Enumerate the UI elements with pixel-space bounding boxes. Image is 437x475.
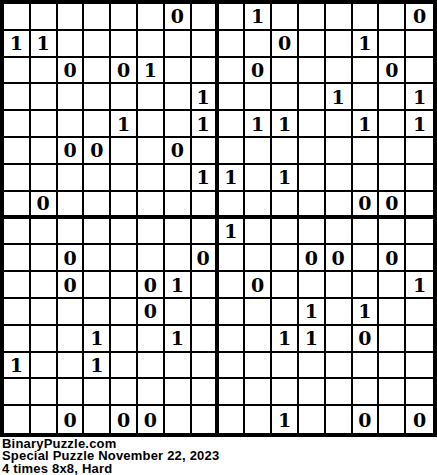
cell-r16c5[interactable]: 0 <box>111 406 138 433</box>
cell-r16c6[interactable]: 0 <box>138 406 165 433</box>
cell-r10c11[interactable] <box>272 245 299 272</box>
cell-r4c7[interactable] <box>165 84 192 111</box>
cell-r7c6[interactable] <box>138 165 165 192</box>
cell-r7c9[interactable]: 1 <box>219 165 246 192</box>
cell-r4c2[interactable] <box>31 84 58 111</box>
cell-r6c14[interactable] <box>353 138 380 165</box>
cell-r5c5[interactable]: 1 <box>111 111 138 138</box>
cell-r15c3[interactable] <box>58 379 85 406</box>
cell-r1c7[interactable]: 0 <box>165 4 192 31</box>
cell-r15c2[interactable] <box>31 379 58 406</box>
cell-r10c16[interactable] <box>406 245 433 272</box>
cell-r3c2[interactable] <box>31 58 58 85</box>
cell-r11c7[interactable]: 1 <box>165 272 192 299</box>
cell-r5c1[interactable] <box>4 111 31 138</box>
cell-r11c1[interactable] <box>4 272 31 299</box>
cell-r1c8[interactable] <box>192 4 219 31</box>
puzzle-spec: 4 times 8x8, Hard <box>2 463 437 475</box>
cell-r8c1[interactable] <box>4 192 31 219</box>
caption: BinaryPuzzle.com Special Puzzle November… <box>0 437 437 475</box>
cell-r14c1[interactable]: 1 <box>4 353 31 380</box>
cell-r9c4[interactable] <box>84 219 111 246</box>
cell-r15c1[interactable] <box>4 379 31 406</box>
cell-r1c12[interactable] <box>299 4 326 31</box>
cell-r15c8[interactable] <box>192 379 219 406</box>
cell-r12c1[interactable] <box>4 299 31 326</box>
cell-r11c5[interactable] <box>111 272 138 299</box>
cell-r2c10[interactable] <box>245 31 272 58</box>
cell-r3c13[interactable] <box>326 58 353 85</box>
cell-r12c3[interactable] <box>58 299 85 326</box>
cell-r1c16[interactable]: 0 <box>406 4 433 31</box>
cell-r2c13[interactable] <box>326 31 353 58</box>
cell-r16c13[interactable] <box>326 406 353 433</box>
cell-r3c15[interactable]: 0 <box>379 58 406 85</box>
cell-r7c5[interactable] <box>111 165 138 192</box>
cell-r12c8[interactable] <box>192 299 219 326</box>
cell-r8c7[interactable] <box>165 192 192 219</box>
cell-r8c9[interactable] <box>219 192 246 219</box>
cell-r3c4[interactable] <box>84 58 111 85</box>
cell-r14c4[interactable]: 1 <box>84 353 111 380</box>
cell-r4c9[interactable] <box>219 84 246 111</box>
cell-r13c6[interactable] <box>138 326 165 353</box>
cell-r10c2[interactable] <box>31 245 58 272</box>
cell-r1c6[interactable] <box>138 4 165 31</box>
cell-r16c16[interactable]: 0 <box>406 406 433 433</box>
cell-r7c8[interactable]: 1 <box>192 165 219 192</box>
cell-r5c8[interactable]: 1 <box>192 111 219 138</box>
cell-r4c4[interactable] <box>84 84 111 111</box>
cell-r9c8[interactable] <box>192 219 219 246</box>
cell-r5c13[interactable] <box>326 111 353 138</box>
cell-r9c3[interactable] <box>58 219 85 246</box>
cell-r4c16[interactable]: 1 <box>406 84 433 111</box>
cell-r13c1[interactable] <box>4 326 31 353</box>
cell-r12c16[interactable] <box>406 299 433 326</box>
cell-r4c8[interactable]: 1 <box>192 84 219 111</box>
cell-r2c4[interactable] <box>84 31 111 58</box>
cell-r7c16[interactable] <box>406 165 433 192</box>
cell-r13c10[interactable] <box>245 326 272 353</box>
cell-r3c9[interactable] <box>219 58 246 85</box>
cell-r16c15[interactable] <box>379 406 406 433</box>
cell-r9c13[interactable] <box>326 219 353 246</box>
cell-r5c15[interactable] <box>379 111 406 138</box>
cell-r8c14[interactable]: 0 <box>353 192 380 219</box>
cell-r11c11[interactable] <box>272 272 299 299</box>
cell-r10c1[interactable] <box>4 245 31 272</box>
cell-r3c6[interactable]: 1 <box>138 58 165 85</box>
cell-r12c4[interactable] <box>84 299 111 326</box>
binary-puzzle-board: 0101101001001111111110001110001000000010… <box>0 0 437 437</box>
cell-r11c12[interactable] <box>299 272 326 299</box>
cell-r15c5[interactable] <box>111 379 138 406</box>
cell-r14c6[interactable] <box>138 353 165 380</box>
cell-r5c16[interactable]: 1 <box>406 111 433 138</box>
cell-r14c11[interactable] <box>272 353 299 380</box>
cell-r13c15[interactable] <box>379 326 406 353</box>
cell-r11c15[interactable] <box>379 272 406 299</box>
cell-r15c7[interactable] <box>165 379 192 406</box>
cell-r9c1[interactable] <box>4 219 31 246</box>
cell-r6c13[interactable] <box>326 138 353 165</box>
cell-r3c14[interactable] <box>353 58 380 85</box>
cell-r12c5[interactable] <box>111 299 138 326</box>
cell-r2c5[interactable] <box>111 31 138 58</box>
cell-r2c1[interactable]: 1 <box>4 31 31 58</box>
cell-r11c14[interactable] <box>353 272 380 299</box>
cell-r13c8[interactable] <box>192 326 219 353</box>
cell-r12c11[interactable] <box>272 299 299 326</box>
cell-r8c15[interactable]: 0 <box>379 192 406 219</box>
cell-r2c11[interactable]: 0 <box>272 31 299 58</box>
cell-r16c7[interactable] <box>165 406 192 433</box>
cell-r14c10[interactable] <box>245 353 272 380</box>
cell-r11c8[interactable] <box>192 272 219 299</box>
cell-r12c15[interactable] <box>379 299 406 326</box>
cell-r8c8[interactable] <box>192 192 219 219</box>
cell-r14c8[interactable] <box>192 353 219 380</box>
cell-r7c7[interactable] <box>165 165 192 192</box>
cell-r4c3[interactable] <box>58 84 85 111</box>
cell-r13c14[interactable]: 0 <box>353 326 380 353</box>
cell-r1c3[interactable] <box>58 4 85 31</box>
cell-r16c11[interactable]: 1 <box>272 406 299 433</box>
cell-r1c9[interactable] <box>219 4 246 31</box>
cell-r5c11[interactable]: 1 <box>272 111 299 138</box>
cell-r10c7[interactable] <box>165 245 192 272</box>
cell-r1c4[interactable] <box>84 4 111 31</box>
cell-r4c5[interactable] <box>111 84 138 111</box>
cell-r10c10[interactable] <box>245 245 272 272</box>
cell-r14c3[interactable] <box>58 353 85 380</box>
cell-r8c16[interactable] <box>406 192 433 219</box>
cell-r13c11[interactable]: 1 <box>272 326 299 353</box>
cell-r15c13[interactable] <box>326 379 353 406</box>
cell-r16c2[interactable] <box>31 406 58 433</box>
cell-r9c6[interactable] <box>138 219 165 246</box>
cell-r1c15[interactable] <box>379 4 406 31</box>
cell-r15c14[interactable] <box>353 379 380 406</box>
cell-r2c9[interactable] <box>219 31 246 58</box>
cell-r3c16[interactable] <box>406 58 433 85</box>
cell-r13c2[interactable] <box>31 326 58 353</box>
cell-r6c7[interactable]: 0 <box>165 138 192 165</box>
cell-r6c15[interactable] <box>379 138 406 165</box>
cell-r11c2[interactable] <box>31 272 58 299</box>
cell-r12c6[interactable]: 0 <box>138 299 165 326</box>
cell-r4c13[interactable]: 1 <box>326 84 353 111</box>
cell-r15c6[interactable] <box>138 379 165 406</box>
cell-r10c15[interactable]: 0 <box>379 245 406 272</box>
cell-r8c5[interactable] <box>111 192 138 219</box>
cell-r10c9[interactable] <box>219 245 246 272</box>
cell-r12c7[interactable] <box>165 299 192 326</box>
cell-r7c11[interactable]: 1 <box>272 165 299 192</box>
cell-r5c10[interactable]: 1 <box>245 111 272 138</box>
cell-r16c9[interactable] <box>219 406 246 433</box>
cell-r6c6[interactable] <box>138 138 165 165</box>
cell-r16c12[interactable] <box>299 406 326 433</box>
cell-r1c10[interactable]: 1 <box>245 4 272 31</box>
cell-r6c16[interactable] <box>406 138 433 165</box>
cell-r8c2[interactable]: 0 <box>31 192 58 219</box>
cell-r8c10[interactable] <box>245 192 272 219</box>
cell-r11c9[interactable] <box>219 272 246 299</box>
cell-r5c12[interactable] <box>299 111 326 138</box>
cell-r5c2[interactable] <box>31 111 58 138</box>
cell-r9c14[interactable] <box>353 219 380 246</box>
cell-r14c2[interactable] <box>31 353 58 380</box>
cell-r15c9[interactable] <box>219 379 246 406</box>
cell-r13c5[interactable] <box>111 326 138 353</box>
cell-r7c3[interactable] <box>58 165 85 192</box>
cell-r5c9[interactable] <box>219 111 246 138</box>
cell-r3c3[interactable]: 0 <box>58 58 85 85</box>
cell-r6c5[interactable] <box>111 138 138 165</box>
cell-r15c10[interactable] <box>245 379 272 406</box>
cell-r9c5[interactable] <box>111 219 138 246</box>
cell-r10c6[interactable] <box>138 245 165 272</box>
cell-r14c7[interactable] <box>165 353 192 380</box>
cell-r9c11[interactable] <box>272 219 299 246</box>
cell-r16c3[interactable]: 0 <box>58 406 85 433</box>
cell-r16c10[interactable] <box>245 406 272 433</box>
cell-r6c12[interactable] <box>299 138 326 165</box>
cell-r5c3[interactable] <box>58 111 85 138</box>
cell-r12c2[interactable] <box>31 299 58 326</box>
cell-r10c4[interactable] <box>84 245 111 272</box>
cell-r13c3[interactable] <box>58 326 85 353</box>
cell-r9c15[interactable] <box>379 219 406 246</box>
cell-r4c11[interactable] <box>272 84 299 111</box>
cell-r12c13[interactable] <box>326 299 353 326</box>
cell-r2c15[interactable] <box>379 31 406 58</box>
cell-r15c16[interactable] <box>406 379 433 406</box>
cell-r9c10[interactable] <box>245 219 272 246</box>
cell-r8c3[interactable] <box>58 192 85 219</box>
cell-r13c13[interactable] <box>326 326 353 353</box>
cell-r1c14[interactable] <box>353 4 380 31</box>
cell-r10c14[interactable] <box>353 245 380 272</box>
cell-r3c5[interactable]: 0 <box>111 58 138 85</box>
cell-r14c9[interactable] <box>219 353 246 380</box>
cell-r13c12[interactable]: 1 <box>299 326 326 353</box>
cell-r7c15[interactable] <box>379 165 406 192</box>
cell-r9c7[interactable] <box>165 219 192 246</box>
cell-r2c16[interactable] <box>406 31 433 58</box>
cell-r3c12[interactable] <box>299 58 326 85</box>
cell-r2c8[interactable] <box>192 31 219 58</box>
cell-r11c13[interactable] <box>326 272 353 299</box>
cell-r8c6[interactable] <box>138 192 165 219</box>
cell-r8c12[interactable] <box>299 192 326 219</box>
cell-r6c2[interactable] <box>31 138 58 165</box>
cell-r4c14[interactable] <box>353 84 380 111</box>
cell-r4c12[interactable] <box>299 84 326 111</box>
cell-r15c15[interactable] <box>379 379 406 406</box>
cell-r6c11[interactable] <box>272 138 299 165</box>
cell-r4c1[interactable] <box>4 84 31 111</box>
cell-r9c2[interactable] <box>31 219 58 246</box>
cell-r7c13[interactable] <box>326 165 353 192</box>
cell-r7c14[interactable] <box>353 165 380 192</box>
cell-r16c1[interactable] <box>4 406 31 433</box>
cell-r12c12[interactable]: 1 <box>299 299 326 326</box>
cell-r6c1[interactable] <box>4 138 31 165</box>
cell-r2c14[interactable]: 1 <box>353 31 380 58</box>
cell-r4c15[interactable] <box>379 84 406 111</box>
cell-r10c12[interactable]: 0 <box>299 245 326 272</box>
cell-r2c7[interactable] <box>165 31 192 58</box>
cell-r10c3[interactable]: 0 <box>58 245 85 272</box>
cell-r13c7[interactable]: 1 <box>165 326 192 353</box>
cell-r3c11[interactable] <box>272 58 299 85</box>
cell-r10c5[interactable] <box>111 245 138 272</box>
cell-r1c11[interactable] <box>272 4 299 31</box>
cell-r1c5[interactable] <box>111 4 138 31</box>
cell-r11c3[interactable]: 0 <box>58 272 85 299</box>
cell-r11c10[interactable]: 0 <box>245 272 272 299</box>
cell-r5c6[interactable] <box>138 111 165 138</box>
cell-r6c8[interactable] <box>192 138 219 165</box>
cell-r7c1[interactable] <box>4 165 31 192</box>
cell-r16c8[interactable] <box>192 406 219 433</box>
cell-r5c7[interactable] <box>165 111 192 138</box>
cell-r15c11[interactable] <box>272 379 299 406</box>
cell-r1c2[interactable] <box>31 4 58 31</box>
cell-r14c5[interactable] <box>111 353 138 380</box>
cell-r7c10[interactable] <box>245 165 272 192</box>
cell-r9c12[interactable] <box>299 219 326 246</box>
cell-r7c2[interactable] <box>31 165 58 192</box>
cell-r15c4[interactable] <box>84 379 111 406</box>
cell-r12c10[interactable] <box>245 299 272 326</box>
cell-r10c8[interactable]: 0 <box>192 245 219 272</box>
cell-r8c13[interactable] <box>326 192 353 219</box>
cell-r1c1[interactable] <box>4 4 31 31</box>
cell-r3c7[interactable] <box>165 58 192 85</box>
cell-r6c10[interactable] <box>245 138 272 165</box>
cell-r13c16[interactable] <box>406 326 433 353</box>
cell-r14c13[interactable] <box>326 353 353 380</box>
cell-r11c16[interactable]: 1 <box>406 272 433 299</box>
cell-r6c3[interactable]: 0 <box>58 138 85 165</box>
cell-r8c11[interactable] <box>272 192 299 219</box>
cell-r9c9[interactable]: 1 <box>219 219 246 246</box>
cell-r1c13[interactable] <box>326 4 353 31</box>
cell-r14c12[interactable] <box>299 353 326 380</box>
cell-r10c13[interactable]: 0 <box>326 245 353 272</box>
cell-r7c4[interactable] <box>84 165 111 192</box>
cell-r14c16[interactable] <box>406 353 433 380</box>
cell-r9c16[interactable] <box>406 219 433 246</box>
cell-r12c14[interactable]: 1 <box>353 299 380 326</box>
cell-r12c9[interactable] <box>219 299 246 326</box>
cell-r16c4[interactable] <box>84 406 111 433</box>
cell-r14c14[interactable] <box>353 353 380 380</box>
cell-r3c8[interactable] <box>192 58 219 85</box>
cell-r4c6[interactable] <box>138 84 165 111</box>
cell-r6c4[interactable]: 0 <box>84 138 111 165</box>
cell-r13c4[interactable]: 1 <box>84 326 111 353</box>
cell-r7c12[interactable] <box>299 165 326 192</box>
cell-r15c12[interactable] <box>299 379 326 406</box>
cell-r13c9[interactable] <box>219 326 246 353</box>
cell-r14c15[interactable] <box>379 353 406 380</box>
cell-r4c10[interactable] <box>245 84 272 111</box>
cell-r2c3[interactable] <box>58 31 85 58</box>
cell-r11c4[interactable] <box>84 272 111 299</box>
cell-r3c10[interactable]: 0 <box>245 58 272 85</box>
cell-r2c2[interactable]: 1 <box>31 31 58 58</box>
cell-r5c4[interactable] <box>84 111 111 138</box>
cell-r11c6[interactable]: 0 <box>138 272 165 299</box>
cell-r2c12[interactable] <box>299 31 326 58</box>
cell-r6c9[interactable] <box>219 138 246 165</box>
cell-r3c1[interactable] <box>4 58 31 85</box>
cell-r5c14[interactable]: 1 <box>353 111 380 138</box>
cell-r8c4[interactable] <box>84 192 111 219</box>
cell-r2c6[interactable] <box>138 31 165 58</box>
cell-r16c14[interactable]: 0 <box>353 406 380 433</box>
